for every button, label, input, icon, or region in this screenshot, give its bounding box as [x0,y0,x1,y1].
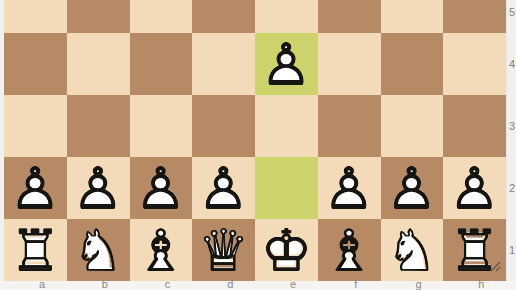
piece-outline: ♗ [318,219,380,281]
square-e3[interactable] [255,95,318,157]
square-b4[interactable] [67,33,130,95]
square-f4[interactable] [318,33,381,95]
file-label-e: e [290,279,296,290]
piece-outline: ♙ [67,157,129,219]
white-pawn-e4[interactable]: ♟♙ [255,33,317,95]
square-a3[interactable] [4,95,67,157]
file-label-h: h [478,279,484,290]
square-g3[interactable] [381,95,444,157]
white-king-e1[interactable]: ♚♔ [255,219,317,281]
square-c5[interactable] [130,0,193,33]
piece-outline: ♘ [381,219,443,281]
square-e1[interactable]: ♚♔ [255,219,318,281]
piece-outline: ♙ [255,33,317,95]
square-d3[interactable] [192,95,255,157]
square-g4[interactable] [381,33,444,95]
file-label-b: b [102,279,108,290]
square-h4[interactable] [443,33,506,95]
square-e4[interactable]: ♟♙ [255,33,318,95]
square-h5[interactable] [443,0,506,33]
square-c4[interactable] [130,33,193,95]
square-g1[interactable]: ♞♘ [381,219,444,281]
piece-outline: ♔ [255,219,317,281]
square-f3[interactable] [318,95,381,157]
white-pawn-f2[interactable]: ♟♙ [318,157,380,219]
file-label-g: g [415,279,421,290]
white-pawn-g2[interactable]: ♟♙ [381,157,443,219]
piece-outline: ♙ [444,157,506,219]
square-a5[interactable] [4,0,67,33]
rank-label-2: 2 [507,182,516,194]
white-pawn-a2[interactable]: ♟♙ [4,157,66,219]
rank-label-5: 5 [507,6,516,18]
white-pawn-d2[interactable]: ♟♙ [193,157,255,219]
file-label-d: d [227,279,233,290]
white-knight-g1[interactable]: ♞♘ [381,219,443,281]
square-c2[interactable]: ♟♙ [130,157,193,219]
piece-outline: ♙ [381,157,443,219]
chess-board: ♟♙♟♙♟♙♟♙♟♙♟♙♟♙♟♙♜♖♞♘♝♗♛♕♚♔♝♗♞♘♜♖ [4,0,506,281]
file-label-a: a [39,279,45,290]
rank-label-3: 3 [507,120,516,132]
white-pawn-b2[interactable]: ♟♙ [67,157,129,219]
white-pawn-c2[interactable]: ♟♙ [130,157,192,219]
square-g2[interactable]: ♟♙ [381,157,444,219]
square-e2[interactable] [255,157,318,219]
piece-outline: ♕ [193,219,255,281]
white-bishop-c1[interactable]: ♝♗ [130,219,192,281]
chess-board-viewport: ♟♙♟♙♟♙♟♙♟♙♟♙♟♙♟♙♜♖♞♘♝♗♛♕♚♔♝♗♞♘♜♖ 54321 a… [0,0,516,290]
piece-outline: ♙ [193,157,255,219]
rank-coordinates: 54321 [506,0,516,290]
square-d2[interactable]: ♟♙ [192,157,255,219]
square-h2[interactable]: ♟♙ [443,157,506,219]
square-c3[interactable] [130,95,193,157]
board-resize-handle-icon[interactable] [487,258,503,274]
file-label-f: f [354,279,357,290]
white-bishop-f1[interactable]: ♝♗ [318,219,380,281]
piece-outline: ♙ [130,157,192,219]
square-d5[interactable] [192,0,255,33]
square-g5[interactable] [381,0,444,33]
square-c1[interactable]: ♝♗ [130,219,193,281]
square-f2[interactable]: ♟♙ [318,157,381,219]
square-h3[interactable] [443,95,506,157]
square-b5[interactable] [67,0,130,33]
square-b3[interactable] [67,95,130,157]
file-coordinates-background [0,281,516,290]
piece-outline: ♘ [67,219,129,281]
white-pawn-h2[interactable]: ♟♙ [444,157,506,219]
square-b1[interactable]: ♞♘ [67,219,130,281]
white-rook-a1[interactable]: ♜♖ [4,219,66,281]
piece-outline: ♙ [4,157,66,219]
square-a2[interactable]: ♟♙ [4,157,67,219]
square-d4[interactable] [192,33,255,95]
square-d1[interactable]: ♛♕ [192,219,255,281]
square-b2[interactable]: ♟♙ [67,157,130,219]
rank-label-4: 4 [507,58,516,70]
square-f1[interactable]: ♝♗ [318,219,381,281]
white-knight-b1[interactable]: ♞♘ [67,219,129,281]
square-a4[interactable] [4,33,67,95]
piece-outline: ♗ [130,219,192,281]
square-e5[interactable] [255,0,318,33]
file-label-c: c [165,279,171,290]
square-a1[interactable]: ♜♖ [4,219,67,281]
square-f5[interactable] [318,0,381,33]
piece-outline: ♙ [318,157,380,219]
rank-label-1: 1 [507,244,516,256]
white-queen-d1[interactable]: ♛♕ [193,219,255,281]
piece-outline: ♖ [4,219,66,281]
